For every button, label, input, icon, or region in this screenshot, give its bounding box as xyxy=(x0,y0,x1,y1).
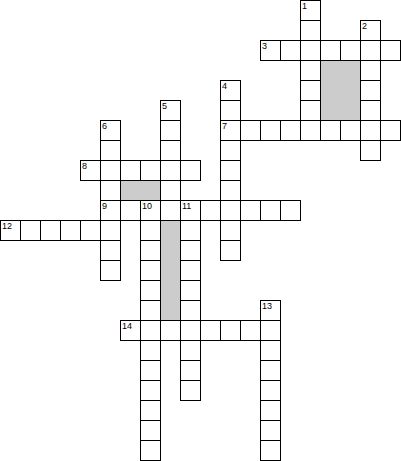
cell-r2-c18[interactable] xyxy=(360,40,381,61)
cell-r2-c16[interactable] xyxy=(320,40,341,61)
cell-r21-c7[interactable] xyxy=(140,420,161,441)
cell-r15-c13[interactable] xyxy=(260,300,281,321)
cell-r6-c16[interactable] xyxy=(320,120,341,141)
cell-r8-c4[interactable] xyxy=(80,160,101,181)
cell-r7-c11[interactable] xyxy=(220,140,241,161)
cell-r16-c6[interactable] xyxy=(120,320,141,341)
cell-r7-c8[interactable] xyxy=(160,140,181,161)
cell-r17-c9[interactable] xyxy=(180,340,201,361)
cell-r16-c13[interactable] xyxy=(260,320,281,341)
cell-r19-c9[interactable] xyxy=(180,380,201,401)
cell-r8-c8[interactable] xyxy=(160,160,181,181)
cell-r6-c18[interactable] xyxy=(360,120,381,141)
cell-r18-c7[interactable] xyxy=(140,360,161,381)
cell-r17-c13[interactable] xyxy=(260,340,281,361)
cell-r16-c12[interactable] xyxy=(240,320,261,341)
cell-r14-c7[interactable] xyxy=(140,280,161,301)
cell-r3-c15[interactable] xyxy=(300,60,321,81)
cell-r17-c7[interactable] xyxy=(140,340,161,361)
cell-r13-c5[interactable] xyxy=(100,260,121,281)
cell-r5-c8[interactable] xyxy=(160,100,181,121)
cell-r11-c7[interactable] xyxy=(140,220,161,241)
cell-r16-c10[interactable] xyxy=(200,320,221,341)
cell-r8-c7[interactable] xyxy=(140,160,161,181)
cell-r16-c8[interactable] xyxy=(160,320,181,341)
cell-r18-c13[interactable] xyxy=(260,360,281,381)
cell-r14-c9[interactable] xyxy=(180,280,201,301)
cell-r4-c18[interactable] xyxy=(360,80,381,101)
cell-r7-c5[interactable] xyxy=(100,140,121,161)
cell-r6-c5[interactable] xyxy=(100,120,121,141)
cell-r2-c14[interactable] xyxy=(280,40,301,61)
cell-r15-c7[interactable] xyxy=(140,300,161,321)
cell-r16-c11[interactable] xyxy=(220,320,241,341)
cell-r4-c11[interactable] xyxy=(220,80,241,101)
cell-r8-c11[interactable] xyxy=(220,160,241,181)
cell-r20-c7[interactable] xyxy=(140,400,161,421)
cell-r4-c15[interactable] xyxy=(300,80,321,101)
cell-r21-c13[interactable] xyxy=(260,420,281,441)
cell-r8-c6[interactable] xyxy=(120,160,141,181)
cell-r10-c10[interactable] xyxy=(200,200,221,221)
cell-r10-c11[interactable] xyxy=(220,200,241,221)
cell-r6-c12[interactable] xyxy=(240,120,261,141)
cell-r2-c17[interactable] xyxy=(340,40,361,61)
cell-r6-c14[interactable] xyxy=(280,120,301,141)
cell-r6-c11[interactable] xyxy=(220,120,241,141)
cell-r10-c13[interactable] xyxy=(260,200,281,221)
cell-r5-c18[interactable] xyxy=(360,100,381,121)
cell-r2-c15[interactable] xyxy=(300,40,321,61)
cell-r12-c9[interactable] xyxy=(180,240,201,261)
cell-r6-c19[interactable] xyxy=(380,120,401,141)
cell-r3-c18[interactable] xyxy=(360,60,381,81)
cell-r8-c5[interactable] xyxy=(100,160,121,181)
cell-r9-c11[interactable] xyxy=(220,180,241,201)
shaded-block xyxy=(160,220,181,321)
cell-r22-c13[interactable] xyxy=(260,440,281,461)
cell-r11-c11[interactable] xyxy=(220,220,241,241)
cell-r13-c9[interactable] xyxy=(180,260,201,281)
cell-r19-c13[interactable] xyxy=(260,380,281,401)
cell-r11-c4[interactable] xyxy=(80,220,101,241)
cell-r10-c14[interactable] xyxy=(280,200,301,221)
cell-r11-c5[interactable] xyxy=(100,220,121,241)
cell-r13-c7[interactable] xyxy=(140,260,161,281)
shaded-block xyxy=(320,60,361,121)
cell-r7-c18[interactable] xyxy=(360,140,381,161)
cell-r10-c7[interactable] xyxy=(140,200,161,221)
cell-r20-c13[interactable] xyxy=(260,400,281,421)
cell-r6-c13[interactable] xyxy=(260,120,281,141)
cell-r10-c6[interactable] xyxy=(120,200,141,221)
cell-r12-c5[interactable] xyxy=(100,240,121,261)
cell-r1-c15[interactable] xyxy=(300,20,321,41)
cell-r0-c15[interactable] xyxy=(300,0,321,21)
cell-r10-c8[interactable] xyxy=(160,200,181,221)
cell-r11-c1[interactable] xyxy=(20,220,41,241)
cell-r12-c11[interactable] xyxy=(220,240,241,261)
cell-r10-c5[interactable] xyxy=(100,200,121,221)
cell-r2-c19[interactable] xyxy=(380,40,401,61)
cell-r2-c13[interactable] xyxy=(260,40,281,61)
cell-r22-c7[interactable] xyxy=(140,440,161,461)
cell-r19-c7[interactable] xyxy=(140,380,161,401)
cell-r11-c3[interactable] xyxy=(60,220,81,241)
cell-r11-c2[interactable] xyxy=(40,220,61,241)
cell-r10-c9[interactable] xyxy=(180,200,201,221)
cell-r9-c5[interactable] xyxy=(100,180,121,201)
cell-r18-c9[interactable] xyxy=(180,360,201,381)
cell-r5-c11[interactable] xyxy=(220,100,241,121)
cell-r16-c9[interactable] xyxy=(180,320,201,341)
cell-r6-c15[interactable] xyxy=(300,120,321,141)
cell-r8-c9[interactable] xyxy=(180,160,201,181)
cell-r6-c8[interactable] xyxy=(160,120,181,141)
cell-r5-c15[interactable] xyxy=(300,100,321,121)
cell-r1-c18[interactable] xyxy=(360,20,381,41)
cell-r11-c0[interactable] xyxy=(0,220,21,241)
cell-r11-c9[interactable] xyxy=(180,220,201,241)
cell-r9-c8[interactable] xyxy=(160,180,181,201)
cell-r10-c12[interactable] xyxy=(240,200,261,221)
cell-r16-c7[interactable] xyxy=(140,320,161,341)
cell-r15-c9[interactable] xyxy=(180,300,201,321)
cell-r12-c7[interactable] xyxy=(140,240,161,261)
cell-r6-c17[interactable] xyxy=(340,120,361,141)
shaded-block xyxy=(120,180,161,201)
crossword-grid: 1234567891011121314 xyxy=(0,0,401,461)
